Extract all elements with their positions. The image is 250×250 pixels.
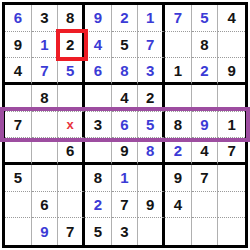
cell-r6c7[interactable]: 2 — [165, 138, 192, 165]
cell-r3c8[interactable]: 2 — [192, 58, 219, 85]
cell-r7c4[interactable]: 8 — [85, 165, 112, 192]
cell-r2c2[interactable]: 1 — [32, 32, 59, 59]
cell-r4c5[interactable]: 4 — [112, 85, 139, 112]
cell-r6c4[interactable] — [85, 138, 112, 165]
cell-r6c8[interactable]: 4 — [192, 138, 219, 165]
cell-r3c7[interactable]: 1 — [165, 58, 192, 85]
cell-r8c2[interactable]: 6 — [32, 192, 59, 219]
cell-r6c3[interactable]: 6 — [58, 138, 85, 165]
cell-r5c7[interactable]: 8 — [165, 112, 192, 139]
cell-r4c4[interactable] — [85, 85, 112, 112]
cell-r6c6[interactable]: 8 — [138, 138, 165, 165]
cell-r1c8[interactable]: 5 — [192, 5, 219, 32]
cell-r8c8[interactable] — [192, 192, 219, 219]
cell-r8c1[interactable] — [5, 192, 32, 219]
cell-r8c5[interactable]: 7 — [112, 192, 139, 219]
cell-r8c6[interactable]: 9 — [138, 192, 165, 219]
sudoku-board: 63892175491245784756831298427x3658916982… — [2, 2, 248, 248]
cell-r9c9[interactable] — [218, 218, 245, 245]
cell-r9c3[interactable]: 7 — [58, 218, 85, 245]
cell-r3c4[interactable]: 6 — [85, 58, 112, 85]
cell-r4c7[interactable] — [165, 85, 192, 112]
cell-r2c7[interactable] — [165, 32, 192, 59]
cell-r1c6[interactable]: 1 — [138, 5, 165, 32]
cell-r9c1[interactable] — [5, 218, 32, 245]
cell-r5c2[interactable] — [32, 112, 59, 139]
cell-r5c4[interactable]: 3 — [85, 112, 112, 139]
cell-r8c3[interactable] — [58, 192, 85, 219]
cell-r2c4[interactable]: 4 — [85, 32, 112, 59]
cell-r4c9[interactable] — [218, 85, 245, 112]
cell-r1c5[interactable]: 2 — [112, 5, 139, 32]
cell-r7c2[interactable] — [32, 165, 59, 192]
cell-r5c9[interactable]: 1 — [218, 112, 245, 139]
cell-r7c8[interactable]: 7 — [192, 165, 219, 192]
cell-r7c1[interactable]: 5 — [5, 165, 32, 192]
cell-r9c7[interactable] — [165, 218, 192, 245]
cell-r8c9[interactable] — [218, 192, 245, 219]
cell-r9c6[interactable] — [138, 218, 165, 245]
cell-r8c4[interactable]: 2 — [85, 192, 112, 219]
cell-r3c2[interactable]: 7 — [32, 58, 59, 85]
cell-r2c5[interactable]: 5 — [112, 32, 139, 59]
cell-r5c1[interactable]: 7 — [5, 112, 32, 139]
cell-r6c9[interactable]: 7 — [218, 138, 245, 165]
cell-r1c2[interactable]: 3 — [32, 5, 59, 32]
cell-r4c2[interactable]: 8 — [32, 85, 59, 112]
cell-r5c5[interactable]: 6 — [112, 112, 139, 139]
cell-r3c5[interactable]: 8 — [112, 58, 139, 85]
cell-r7c5[interactable]: 1 — [112, 165, 139, 192]
cell-r3c6[interactable]: 3 — [138, 58, 165, 85]
cell-r5c6[interactable]: 5 — [138, 112, 165, 139]
cell-r2c6[interactable]: 7 — [138, 32, 165, 59]
cell-r2c3[interactable]: 2 — [58, 32, 85, 59]
cell-r5c8[interactable]: 9 — [192, 112, 219, 139]
cell-r1c4[interactable]: 9 — [85, 5, 112, 32]
cell-r9c8[interactable] — [192, 218, 219, 245]
cell-r2c8[interactable]: 8 — [192, 32, 219, 59]
cell-r2c1[interactable]: 9 — [5, 32, 32, 59]
cell-r9c5[interactable]: 3 — [112, 218, 139, 245]
cell-r1c3[interactable]: 8 — [58, 5, 85, 32]
cell-r3c3[interactable]: 5 — [58, 58, 85, 85]
cell-r7c9[interactable] — [218, 165, 245, 192]
cell-r1c9[interactable]: 4 — [218, 5, 245, 32]
cell-r5c3[interactable]: x — [58, 112, 85, 139]
cell-r7c7[interactable]: 9 — [165, 165, 192, 192]
cell-r6c1[interactable] — [5, 138, 32, 165]
cell-r4c1[interactable] — [5, 85, 32, 112]
cell-r6c2[interactable] — [32, 138, 59, 165]
cell-r3c1[interactable]: 4 — [5, 58, 32, 85]
cell-r1c1[interactable]: 6 — [5, 5, 32, 32]
cell-r1c7[interactable]: 7 — [165, 5, 192, 32]
cell-r2c9[interactable] — [218, 32, 245, 59]
cell-r4c6[interactable]: 2 — [138, 85, 165, 112]
cell-r9c2[interactable]: 9 — [32, 218, 59, 245]
cell-r3c9[interactable]: 9 — [218, 58, 245, 85]
cell-r4c3[interactable] — [58, 85, 85, 112]
cell-r6c5[interactable]: 9 — [112, 138, 139, 165]
cell-r7c6[interactable] — [138, 165, 165, 192]
cell-r7c3[interactable] — [58, 165, 85, 192]
cell-r4c8[interactable] — [192, 85, 219, 112]
cell-r8c7[interactable]: 4 — [165, 192, 192, 219]
sudoku-app: 63892175491245784756831298427x3658916982… — [0, 0, 250, 250]
cell-r9c4[interactable]: 5 — [85, 218, 112, 245]
